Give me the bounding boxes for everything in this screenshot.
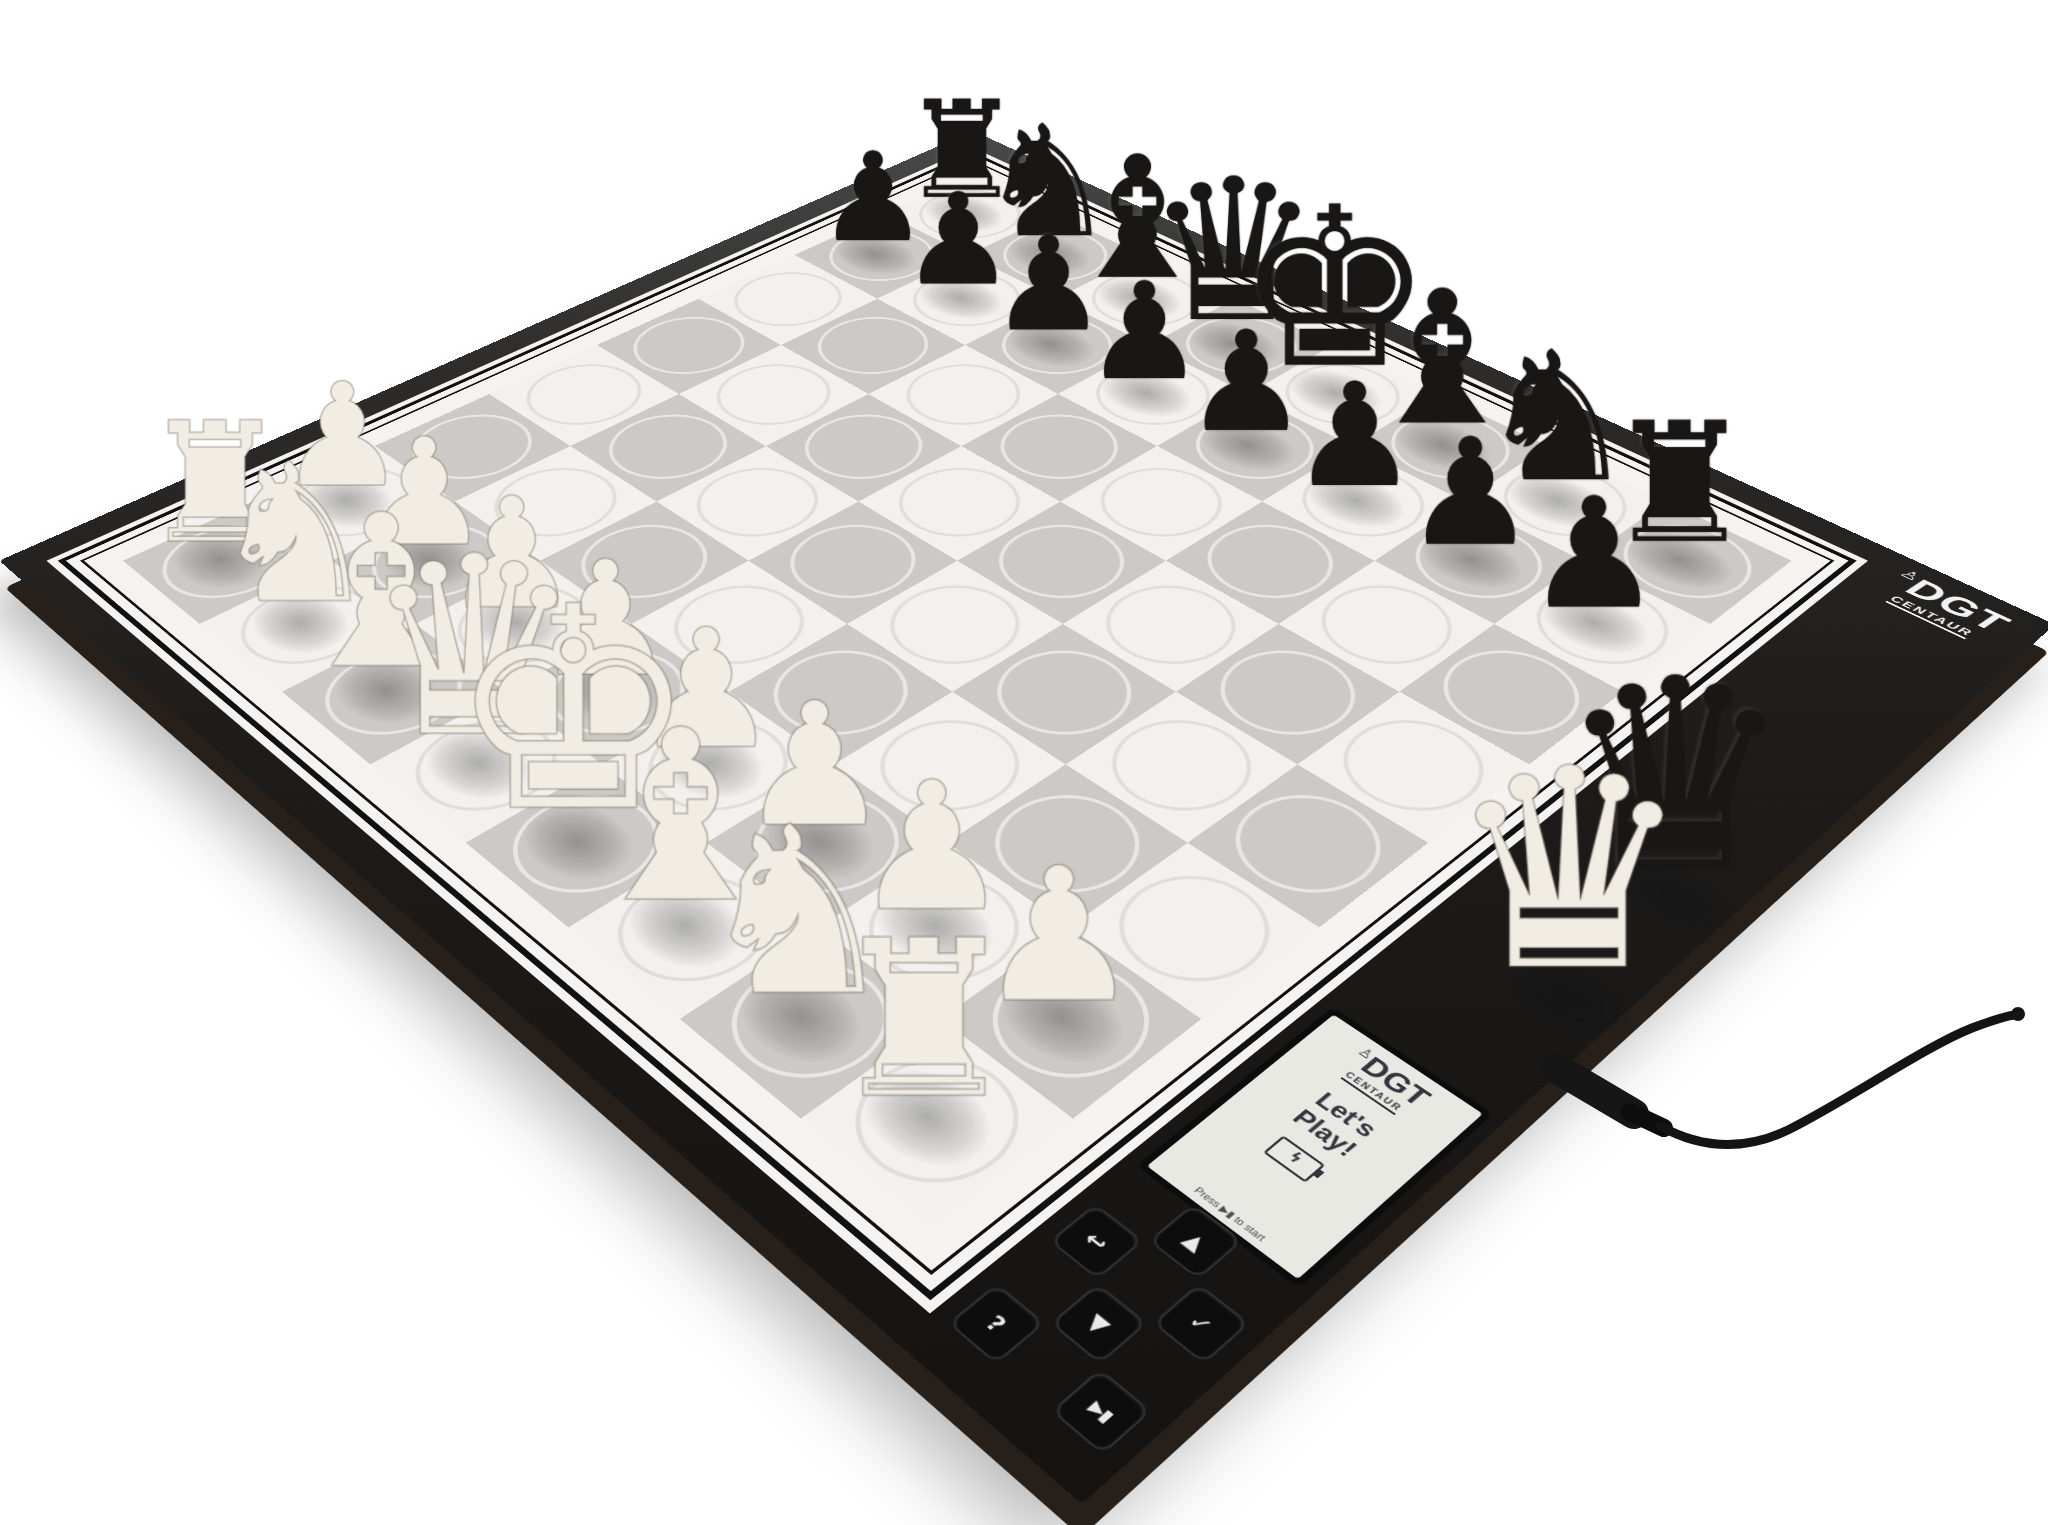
- black-pawn-glyph: ♟: [1461, 477, 1726, 630]
- white-rook-glyph: ♜: [756, 912, 1091, 1128]
- down-button[interactable]: ▼: [1054, 1286, 1145, 1361]
- display-dgt-pawn-icon: ♙: [1355, 1045, 1378, 1062]
- brand-text: DGT: [1897, 574, 2020, 637]
- model-text: CENTAUR: [1885, 594, 1976, 639]
- scene: ♜♞♝♛♚♝♞♜♟♟♟♟♟♟♟♟♟♟♟♟♟♟♟♟♜♞♝♛♚♝♞♜ ♙DGT CE…: [0, 0, 2048, 1525]
- display-model-text: CENTAUR: [1341, 1070, 1405, 1115]
- display-line1: Let's: [1309, 1088, 1383, 1143]
- dgt-centaur-logo: ♙DGT CENTAUR: [1842, 553, 2047, 662]
- help-button[interactable]: ?: [951, 1286, 1042, 1361]
- confirm-button[interactable]: ✓: [1156, 1286, 1247, 1361]
- dgt-centaur-board: ♜♞♝♛♚♝♞♜♟♟♟♟♟♟♟♟♟♟♟♟♟♟♟♟♜♞♝♛♚♝♞♜ ♙DGT CE…: [0, 131, 2048, 1504]
- white-queen-glyph: ♛: [1410, 732, 1728, 1008]
- back-button[interactable]: ↩: [1053, 1206, 1141, 1276]
- display-line2: Play!: [1286, 1105, 1363, 1162]
- battery-charging-icon: ϟ: [1263, 1135, 1325, 1182]
- play-pause-button[interactable]: ▶▮: [1055, 1372, 1149, 1452]
- display-brand-text: DGT: [1354, 1051, 1437, 1112]
